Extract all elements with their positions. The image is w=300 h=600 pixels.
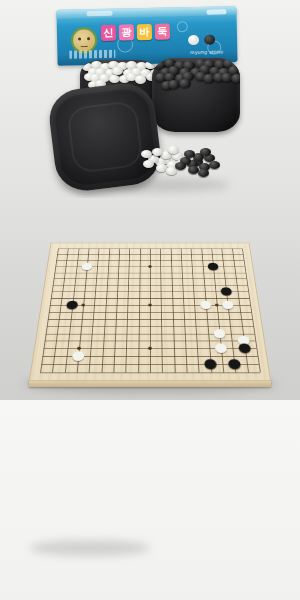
go-stone-black-Q16: ● [207,261,220,271]
star-point [81,304,85,307]
grid-line-v [138,249,141,373]
stone-pebble [231,74,240,83]
box-title-char: 신 [101,25,116,41]
box-caption: myung stone [190,48,223,55]
stone-pebble [175,162,186,170]
grid-line-h [48,319,253,320]
maker-logo [86,11,112,17]
go-set-product-photo: 신 광 바 둑 myung stone ●●●●●●●●●●●●● [0,0,300,600]
go-stone-white-R10: ● [221,299,235,310]
section-wooden-bowls: ●●●● [0,400,300,600]
go-stone-white-P10: ● [199,299,212,310]
grid-line-v [126,249,131,373]
go-stone-white-Q6: ● [212,327,226,339]
go-stone-white-D3: ● [71,350,86,363]
go-stone-black-C10: ● [65,299,79,310]
stone-pebble [135,75,146,83]
certification-emblem [206,9,226,14]
floor-shadow [30,540,150,556]
star-point [148,347,152,350]
grid-line-v [170,249,175,373]
go-stone-black-S4: ● [237,342,252,354]
section-box-and-plastic-bowls: 신 광 바 둑 myung stone [0,0,300,198]
grid-line-v [160,249,163,373]
section-go-board: ●●●●●●●●●●●●● [0,198,300,400]
stone-pebble [198,169,209,177]
go-board: ●●●●●●●●●●●●● [30,243,270,380]
go-stone-black-P2: ● [203,357,218,370]
grid-line-v [40,249,59,373]
star-point [148,265,151,267]
box-title: 신 광 바 둑 [101,24,170,41]
board-grid-19x19: ●●●●●●●●●●●●● [40,249,260,373]
box-stone-illustration [188,35,215,46]
stone-pebble [179,79,191,88]
grid-line-v [101,249,110,373]
go-stone-white-D16: ● [81,261,94,271]
plastic-bowl-lid [46,80,164,194]
go-stone-black-R12: ● [220,286,234,297]
go-stone-black-R2: ● [227,357,242,370]
box-title-char: 광 [119,24,134,40]
stone-pebble [209,161,220,169]
plastic-bowl-black-stones [152,58,240,132]
product-box: 신 광 바 둑 myung stone [56,6,237,66]
grid-line-v [191,249,200,373]
box-title-char: 둑 [155,24,170,40]
box-title-char: 바 [137,24,152,40]
stone-pebble [143,160,154,168]
bubble-decoration [177,21,188,32]
white-stone-icon [188,35,199,45]
go-stone-white-Q4: ● [214,342,229,354]
grid-line-v [181,249,188,373]
star-point [215,304,219,307]
board-front-edge [29,379,271,387]
grid-line-h [40,372,260,373]
grid-line-v [113,249,120,373]
star-point [148,304,152,307]
black-stone-icon [204,35,215,45]
grid-line-h [49,312,252,313]
fine-print [69,50,115,59]
grid-line-h [41,364,259,365]
